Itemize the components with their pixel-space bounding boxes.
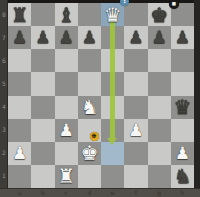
square-g5[interactable] bbox=[148, 72, 171, 95]
rank-label-1: 1 bbox=[0, 173, 8, 179]
square-g2[interactable] bbox=[148, 142, 171, 165]
square-d2[interactable]: ♚ bbox=[78, 142, 101, 165]
square-a5[interactable] bbox=[8, 72, 31, 95]
square-b7[interactable]: ♟ bbox=[31, 26, 54, 49]
piece-black-pawn-f7[interactable]: ♟ bbox=[128, 29, 143, 46]
square-f8[interactable] bbox=[124, 3, 147, 26]
square-h5[interactable] bbox=[171, 72, 194, 95]
chess-board-frame: ♜♝♛♚♟♟♟♟♟♟♟♞♛♟♟♟♚♟♜♞ !■♚ 87654321abcdefg… bbox=[0, 0, 200, 197]
square-g1[interactable] bbox=[148, 165, 171, 188]
rank-label-6: 6 bbox=[0, 58, 8, 64]
square-h4[interactable]: ♛ bbox=[171, 96, 194, 119]
move-arrow-shaft bbox=[110, 14, 115, 138]
piece-black-king-g8[interactable]: ♚ bbox=[150, 4, 168, 24]
square-e2[interactable] bbox=[101, 142, 124, 165]
square-d7[interactable]: ♟ bbox=[78, 26, 101, 49]
piece-black-pawn-c7[interactable]: ♟ bbox=[59, 29, 74, 46]
square-a2[interactable]: ♟ bbox=[8, 142, 31, 165]
file-label-e: e bbox=[108, 189, 118, 196]
square-d4[interactable]: ♞ bbox=[78, 96, 101, 119]
square-e1[interactable] bbox=[101, 165, 124, 188]
move-arrow-head bbox=[107, 138, 117, 145]
square-f1[interactable] bbox=[124, 165, 147, 188]
piece-black-bishop-c8[interactable]: ♝ bbox=[57, 4, 75, 24]
piece-white-knight-d4[interactable]: ♞ bbox=[80, 97, 98, 117]
square-c6[interactable] bbox=[55, 49, 78, 72]
square-g4[interactable] bbox=[148, 96, 171, 119]
square-f7[interactable]: ♟ bbox=[124, 26, 147, 49]
square-d1[interactable] bbox=[78, 165, 101, 188]
square-g3[interactable] bbox=[148, 119, 171, 142]
square-c2[interactable] bbox=[55, 142, 78, 165]
chess-board[interactable]: ♜♝♛♚♟♟♟♟♟♟♟♞♛♟♟♟♚♟♜♞ bbox=[8, 3, 194, 188]
square-c3[interactable]: ♟ bbox=[55, 119, 78, 142]
square-a4[interactable] bbox=[8, 96, 31, 119]
square-h1[interactable]: ♞ bbox=[171, 165, 194, 188]
square-g8[interactable]: ♚ bbox=[148, 3, 171, 26]
square-h2[interactable]: ♟ bbox=[171, 142, 194, 165]
rank-label-8: 8 bbox=[0, 12, 8, 18]
rank-label-2: 2 bbox=[0, 150, 8, 156]
square-g6[interactable] bbox=[148, 49, 171, 72]
piece-white-pawn-a2[interactable]: ♟ bbox=[12, 144, 27, 161]
square-f6[interactable] bbox=[124, 49, 147, 72]
file-label-c: c bbox=[61, 189, 71, 196]
frame-bottom-edge bbox=[0, 188, 200, 197]
square-a3[interactable] bbox=[8, 119, 31, 142]
file-label-h: h bbox=[177, 189, 187, 196]
square-c7[interactable]: ♟ bbox=[55, 26, 78, 49]
square-h3[interactable] bbox=[171, 119, 194, 142]
square-a7[interactable]: ♟ bbox=[8, 26, 31, 49]
white-king-crown-badge: ♚ bbox=[90, 132, 99, 141]
white-king-crown-badge-glyph: ♚ bbox=[91, 133, 97, 140]
rank-label-4: 4 bbox=[0, 104, 8, 110]
square-d8[interactable] bbox=[78, 3, 101, 26]
square-a6[interactable] bbox=[8, 49, 31, 72]
rank-label-7: 7 bbox=[0, 35, 8, 41]
square-a1[interactable] bbox=[8, 165, 31, 188]
square-b3[interactable] bbox=[31, 119, 54, 142]
rank-label-3: 3 bbox=[0, 127, 8, 133]
piece-white-king-d2[interactable]: ♚ bbox=[80, 143, 98, 163]
black-king-status-badge-glyph: ■ bbox=[172, 2, 176, 7]
square-d6[interactable] bbox=[78, 49, 101, 72]
square-f4[interactable] bbox=[124, 96, 147, 119]
piece-black-pawn-g7[interactable]: ♟ bbox=[152, 29, 167, 46]
piece-white-pawn-f3[interactable]: ♟ bbox=[128, 121, 143, 138]
piece-black-pawn-b7[interactable]: ♟ bbox=[35, 29, 50, 46]
square-g7[interactable]: ♟ bbox=[148, 26, 171, 49]
file-label-f: f bbox=[131, 189, 141, 196]
square-b1[interactable] bbox=[31, 165, 54, 188]
file-label-g: g bbox=[154, 189, 164, 196]
piece-black-pawn-h7[interactable]: ♟ bbox=[175, 29, 190, 46]
square-d5[interactable] bbox=[78, 72, 101, 95]
square-f5[interactable] bbox=[124, 72, 147, 95]
rank-label-5: 5 bbox=[0, 81, 8, 87]
square-e8[interactable]: ♛ bbox=[101, 3, 124, 26]
square-h7[interactable]: ♟ bbox=[171, 26, 194, 49]
piece-white-rook-c1[interactable]: ♜ bbox=[57, 166, 75, 186]
square-b8[interactable] bbox=[31, 3, 54, 26]
frame-left-edge bbox=[0, 0, 8, 197]
file-label-d: d bbox=[84, 189, 94, 196]
piece-black-queen-h4[interactable]: ♛ bbox=[173, 97, 191, 117]
piece-white-pawn-h2[interactable]: ♟ bbox=[175, 144, 190, 161]
piece-black-pawn-d7[interactable]: ♟ bbox=[82, 29, 97, 46]
square-c1[interactable]: ♜ bbox=[55, 165, 78, 188]
square-b4[interactable] bbox=[31, 96, 54, 119]
piece-black-rook-a8[interactable]: ♜ bbox=[11, 4, 29, 24]
square-h6[interactable] bbox=[171, 49, 194, 72]
piece-white-pawn-c3[interactable]: ♟ bbox=[59, 121, 74, 138]
file-label-a: a bbox=[15, 189, 25, 196]
square-c5[interactable] bbox=[55, 72, 78, 95]
square-b6[interactable] bbox=[31, 49, 54, 72]
square-f3[interactable]: ♟ bbox=[124, 119, 147, 142]
square-b2[interactable] bbox=[31, 142, 54, 165]
black-king-status-badge: ■ bbox=[169, 0, 179, 9]
square-c8[interactable]: ♝ bbox=[55, 3, 78, 26]
piece-black-knight-h1[interactable]: ♞ bbox=[173, 166, 191, 186]
frame-right-edge bbox=[194, 0, 200, 197]
square-b5[interactable] bbox=[31, 72, 54, 95]
file-label-b: b bbox=[38, 189, 48, 196]
square-a8[interactable]: ♜ bbox=[8, 3, 31, 26]
square-f2[interactable] bbox=[124, 142, 147, 165]
piece-white-queen-e8[interactable]: ♛ bbox=[104, 4, 122, 24]
move-quality-badge-glyph: ! bbox=[123, 0, 126, 5]
square-c4[interactable] bbox=[55, 96, 78, 119]
piece-black-pawn-a7[interactable]: ♟ bbox=[12, 29, 27, 46]
